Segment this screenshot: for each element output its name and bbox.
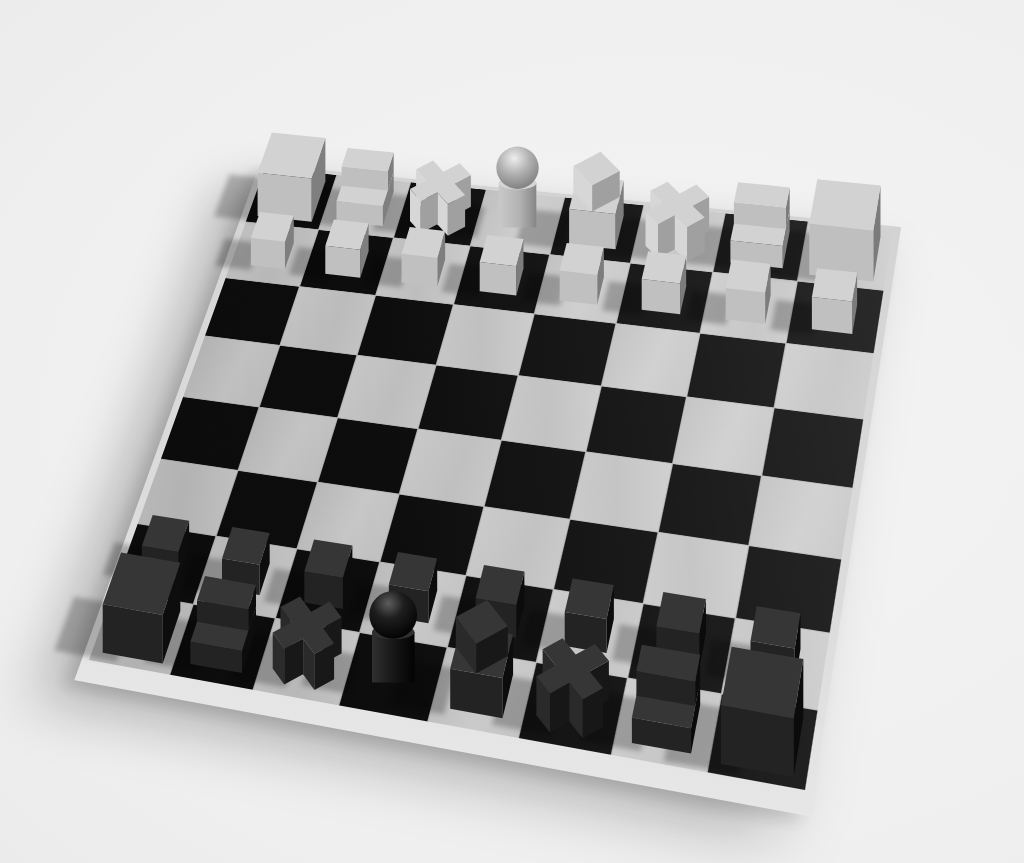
square-r2c6-dark [687, 334, 785, 408]
square-r0c4-dark [550, 198, 643, 263]
square-r5c6-light [644, 532, 748, 617]
square-r5c3-dark [381, 494, 483, 574]
bauhaus-chess-photo [0, 0, 1024, 863]
square-r4c5-light [570, 452, 672, 532]
square-r3c4-light [502, 376, 601, 451]
square-r0c3-light [471, 190, 564, 254]
square-r2c5-light [601, 324, 699, 397]
square-r2c7-light [775, 344, 874, 419]
square-r0c5-light [630, 205, 724, 271]
square-r4c3-light [400, 429, 500, 506]
square-r3c5-dark [586, 387, 685, 463]
square-r1c2-light [376, 238, 470, 304]
square-r3c7-dark [762, 409, 863, 488]
square-r1c3-dark [454, 247, 548, 314]
square-r6c6-dark [628, 604, 735, 693]
square-r4c4-dark [484, 440, 585, 518]
square-r4c7-light [749, 476, 852, 559]
square-r7c6-light [612, 678, 721, 772]
square-r5c4-light [466, 507, 569, 589]
chess-board [89, 168, 893, 790]
square-r6c3-light [361, 562, 465, 646]
square-r7c3-dark [340, 633, 446, 721]
square-r3c3-dark [419, 366, 517, 439]
square-r3c6-light [673, 398, 773, 475]
square-r6c7-light [722, 618, 830, 709]
square-r0c2-dark [394, 182, 486, 245]
square-r0c7-light [798, 222, 893, 290]
square-r1c7-dark [786, 282, 883, 354]
square-r2c3-light [437, 305, 533, 375]
square-r5c7-dark [736, 546, 841, 633]
square-r2c4-dark [518, 314, 615, 385]
square-r5c5-dark [554, 519, 658, 602]
square-r6c4-dark [447, 576, 552, 662]
square-r1c5-dark [616, 264, 712, 333]
square-r7c4-light [428, 648, 535, 738]
square-r6c5-light [536, 590, 642, 678]
square-r0c6-dark [713, 213, 808, 280]
square-r1c6-light [700, 273, 796, 343]
square-r7c5-dark [518, 663, 626, 755]
square-r1c4-light [534, 255, 629, 323]
square-r4c6-dark [659, 464, 761, 545]
